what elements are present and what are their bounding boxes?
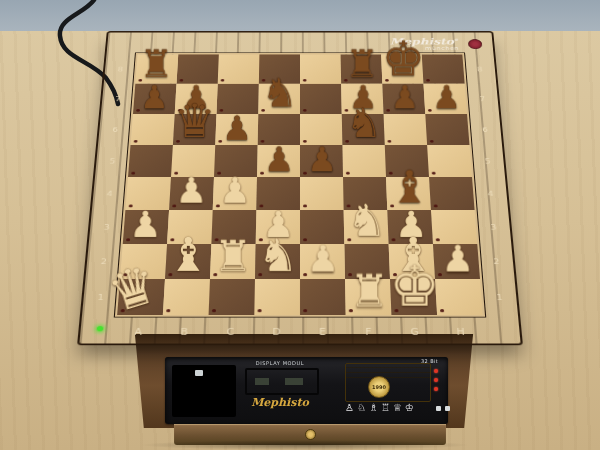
- black-pawn-d5[interactable]: ♟: [263, 142, 293, 176]
- display-module-label: DISPLAY MODUL: [243, 360, 317, 366]
- square-e2[interactable]: ♟: [300, 244, 345, 279]
- square-e8[interactable]: [300, 54, 341, 83]
- square-g6[interactable]: [384, 114, 428, 145]
- black-pawn-e5[interactable]: ♟: [306, 142, 336, 176]
- black-pawn-a7[interactable]: ♟: [140, 81, 169, 113]
- aux-buttons[interactable]: [436, 406, 450, 411]
- file-label-c: C: [208, 327, 254, 337]
- white-pawn-b4[interactable]: ♟: [175, 174, 207, 210]
- rank-label-4: 4: [106, 190, 112, 198]
- piece-symbol-buttons: ♙♘♗♖♕♔: [345, 403, 433, 413]
- square-a7[interactable]: ♟: [133, 84, 177, 114]
- file-label-h: H: [438, 327, 485, 337]
- white-bishop-b2[interactable]: ♝: [166, 231, 208, 278]
- square-e4[interactable]: [300, 177, 344, 210]
- black-knight-f6[interactable]: ♞: [345, 104, 381, 144]
- square-g7[interactable]: ♟: [382, 84, 425, 114]
- square-c8[interactable]: [218, 54, 260, 83]
- piece-button-3[interactable]: ♖: [381, 403, 390, 413]
- piece-button-0[interactable]: ♙: [345, 403, 354, 413]
- white-pawn-h2[interactable]: ♟: [441, 241, 474, 278]
- square-f1[interactable]: ♜: [345, 279, 391, 315]
- square-c1[interactable]: [209, 279, 255, 315]
- black-king-g8[interactable]: ♚: [381, 35, 424, 83]
- black-pawn-g7[interactable]: ♟: [390, 81, 419, 113]
- white-knight-d2[interactable]: ♞: [257, 233, 297, 278]
- rank-label-8: 8: [477, 66, 483, 73]
- console-keypad[interactable]: [172, 365, 236, 417]
- board-squares: ♜♜♚♟♟♞♟♟♟♛♟♞♟♟♟♟♝♟♟♞♟♝♜♞♟♝♟♛♜♚: [117, 54, 483, 315]
- square-h7[interactable]: ♟: [423, 84, 467, 114]
- rank-label-3: 3: [490, 223, 497, 231]
- chess-board: Mephisto® münchen ♜♜♚♟♟♞♟♟♟♛♟♞♟♟♟♟♝♟♟♞♟♝…: [79, 33, 520, 344]
- black-knight-d7[interactable]: ♞: [261, 73, 297, 113]
- white-king-g1[interactable]: ♚: [389, 258, 439, 314]
- square-f6[interactable]: ♞: [342, 114, 385, 145]
- black-queen-b6[interactable]: ♛: [173, 98, 215, 144]
- square-c4[interactable]: ♟: [213, 177, 257, 210]
- square-d7[interactable]: ♞: [258, 84, 300, 114]
- rank-label-4: 4: [487, 190, 493, 198]
- file-label-e: E: [300, 327, 346, 337]
- white-rook-f1[interactable]: ♜: [349, 270, 389, 315]
- piece-button-2[interactable]: ♗: [369, 403, 378, 413]
- square-c2[interactable]: ♜: [210, 244, 256, 279]
- file-labels: ABCDEFGH: [115, 327, 484, 337]
- rank-label-2: 2: [493, 257, 500, 265]
- cast-shadow: [140, 440, 470, 450]
- program-module: 1990: [345, 363, 431, 402]
- square-c6[interactable]: ♟: [215, 114, 258, 145]
- square-a1[interactable]: ♛: [117, 279, 165, 315]
- mephisto-logo-city: münchen: [390, 46, 459, 51]
- rank-label-5: 5: [109, 157, 115, 164]
- square-b2[interactable]: ♝: [165, 244, 211, 279]
- square-h4[interactable]: [429, 177, 475, 210]
- square-d1[interactable]: [254, 279, 300, 315]
- square-a3[interactable]: ♟: [123, 210, 169, 244]
- square-b1[interactable]: [163, 279, 210, 315]
- rank-label-7: 7: [479, 95, 485, 102]
- console-brand-script: Mephisto: [243, 396, 317, 409]
- square-d5[interactable]: ♟: [257, 145, 300, 177]
- rank-label-6: 6: [482, 126, 488, 133]
- rank-label-1: 1: [97, 293, 104, 301]
- square-b4[interactable]: ♟: [169, 177, 214, 210]
- file-label-g: G: [392, 327, 439, 337]
- lcd-display: [245, 368, 319, 395]
- champion-badge: 1990: [368, 376, 390, 398]
- piece-button-1[interactable]: ♘: [357, 403, 366, 413]
- drawer-knob[interactable]: [305, 429, 316, 440]
- white-knight-f3[interactable]: ♞: [347, 199, 387, 243]
- black-pawn-c6[interactable]: ♟: [221, 111, 251, 144]
- square-g1[interactable]: ♚: [390, 279, 437, 315]
- white-rook-c2[interactable]: ♜: [213, 235, 251, 278]
- square-d2[interactable]: ♞: [255, 244, 300, 279]
- file-label-b: B: [162, 327, 209, 337]
- board-frame: Mephisto® münchen ♜♜♚♟♟♞♟♟♟♛♟♞♟♟♟♟♝♟♟♞♟♝…: [79, 33, 520, 344]
- keypad-light-chip: [195, 370, 203, 376]
- white-pawn-c4[interactable]: ♟: [219, 174, 251, 210]
- status-leds: [434, 369, 438, 391]
- file-label-f: F: [346, 327, 392, 337]
- square-a5[interactable]: [128, 145, 173, 177]
- mephisto-console: DISPLAY MODUL Mephisto 1990 32 Bit ♙♘♗♖♕…: [165, 357, 448, 424]
- rank-label-1: 1: [496, 293, 503, 301]
- rank-label-8: 8: [117, 66, 123, 73]
- black-pawn-h7[interactable]: ♟: [432, 81, 461, 113]
- square-f5[interactable]: [342, 145, 386, 177]
- file-label-d: D: [254, 327, 300, 337]
- square-h1[interactable]: [435, 279, 483, 315]
- square-e1[interactable]: [300, 279, 346, 315]
- square-e5[interactable]: ♟: [300, 145, 343, 177]
- white-pawn-a3[interactable]: ♟: [129, 207, 161, 243]
- rank-label-6: 6: [112, 126, 118, 133]
- file-label-a: A: [115, 327, 162, 337]
- rank-label-7: 7: [115, 95, 121, 102]
- black-bishop-g4[interactable]: ♝: [389, 165, 429, 210]
- square-h6[interactable]: [425, 114, 469, 145]
- square-h5[interactable]: [427, 145, 472, 177]
- square-a6[interactable]: [131, 114, 175, 145]
- rank-label-3: 3: [103, 223, 110, 231]
- square-f3[interactable]: ♞: [344, 210, 389, 244]
- square-b6[interactable]: ♛: [173, 114, 217, 145]
- corner-green-led: [97, 326, 104, 331]
- rank-label-5: 5: [484, 157, 490, 164]
- piece-button-5[interactable]: ♔: [405, 403, 414, 413]
- module-caption: 32 Bit: [421, 358, 438, 364]
- piece-button-4[interactable]: ♕: [393, 403, 402, 413]
- square-e7[interactable]: [300, 84, 342, 114]
- white-pawn-e2[interactable]: ♟: [306, 241, 339, 278]
- logo-red-dot-icon: [468, 39, 483, 49]
